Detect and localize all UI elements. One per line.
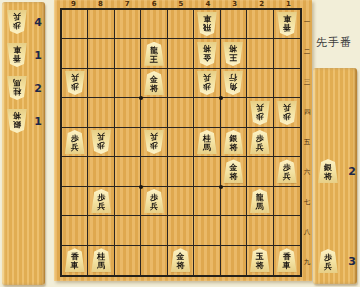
square-8-4[interactable] [88,98,114,127]
square-7-8[interactable] [115,216,141,245]
piece-kanji: 兵 [97,132,105,141]
piece-kanji: 行 [229,73,237,82]
file-label: 4 [194,0,221,8]
square-7-5[interactable] [115,128,141,157]
square-6-9[interactable] [141,246,167,275]
square-2-1[interactable] [247,10,273,39]
piece-sente-桂馬[interactable]: 桂馬 [91,248,111,272]
square-7-1[interactable] [115,10,141,39]
square-4-4[interactable] [194,98,220,127]
square-3-7[interactable] [221,187,247,216]
square-7-3[interactable] [115,69,141,98]
square-1-7[interactable] [274,187,300,216]
hoshi-dot [139,185,143,189]
piece-kanji: 金 [203,53,211,62]
rank-label: 五 [302,139,312,146]
piece-kanji: 将 [176,261,184,270]
piece-kanji: 歩 [203,82,211,91]
square-9-8[interactable] [62,216,88,245]
square-2-9[interactable]: 玉将 [247,246,273,275]
square-5-6[interactable] [168,157,194,186]
gote-hand-stand: 歩兵4香車1桂馬2銀将1 [2,2,45,285]
piece-kanji: 王 [150,55,158,64]
gote-hand-桂馬[interactable]: 桂馬2 [2,75,45,101]
piece-sente-歩兵[interactable]: 歩兵 [318,249,338,273]
square-6-1[interactable] [141,10,167,39]
hand-count: 3 [348,255,356,268]
shogi-board: 987654321 一二三四五六七八九 飛車香車龍王金将王将歩兵金将歩兵角行歩兵… [54,0,312,281]
square-5-3[interactable] [168,69,194,98]
hoshi-dot [139,96,143,100]
file-label: 9 [60,0,87,8]
square-6-8[interactable] [141,216,167,245]
piece-kanji: 将 [203,44,211,53]
piece-kanji: 金 [176,252,184,261]
square-4-2[interactable]: 金将 [194,39,220,68]
hand-count: 2 [348,165,356,178]
hand-count: 2 [34,82,42,95]
square-1-5[interactable] [274,128,300,157]
square-8-2[interactable] [88,39,114,68]
square-2-3[interactable] [247,69,273,98]
piece-sente-龍王[interactable]: 龍王 [144,42,164,66]
piece-gote-桂馬[interactable]: 桂馬 [7,76,27,100]
piece-kanji: 香 [13,54,21,63]
square-9-4[interactable] [62,98,88,127]
square-5-8[interactable] [168,216,194,245]
piece-sente-香車[interactable]: 香車 [277,248,297,272]
square-5-4[interactable] [168,98,194,127]
file-label: 3 [221,0,248,8]
gote-hand-香車[interactable]: 香車1 [2,42,45,68]
file-label: 7 [114,0,141,8]
piece-kanji: 馬 [97,261,105,270]
piece-kanji: 車 [283,14,291,23]
piece-kanji: 将 [229,172,237,181]
piece-kanji: 兵 [71,143,79,152]
square-9-1[interactable] [62,10,88,39]
square-1-3[interactable] [274,69,300,98]
square-5-7[interactable] [168,187,194,216]
piece-kanji: 兵 [203,73,211,82]
piece-gote-歩兵[interactable]: 歩兵 [65,71,85,95]
piece-kanji: 銀 [229,134,237,143]
square-3-6[interactable]: 金将 [221,157,247,186]
piece-kanji: 歩 [283,163,291,172]
square-8-7[interactable]: 歩兵 [88,187,114,216]
square-4-7[interactable] [194,187,220,216]
rank-label: 二 [302,49,312,56]
piece-kanji: 兵 [13,12,21,21]
square-2-2[interactable] [247,39,273,68]
piece-kanji: 金 [150,75,158,84]
piece-sente-桂馬[interactable]: 桂馬 [197,130,217,154]
piece-sente-歩兵[interactable]: 歩兵 [144,189,164,213]
piece-kanji: 将 [13,111,21,120]
square-9-2[interactable] [62,39,88,68]
piece-kanji: 将 [229,143,237,152]
piece-kanji: 桂 [203,134,211,143]
piece-sente-龍馬[interactable]: 龍馬 [250,189,270,213]
piece-gote-歩兵[interactable]: 歩兵 [91,130,111,154]
piece-kanji: 兵 [283,103,291,112]
piece-sente-玉将[interactable]: 玉将 [250,248,270,272]
square-1-4[interactable]: 歩兵 [274,98,300,127]
piece-kanji: 馬 [203,143,211,152]
square-1-1[interactable]: 香車 [274,10,300,39]
piece-kanji: 玉 [256,252,264,261]
piece-kanji: 龍 [150,46,158,55]
piece-kanji: 歩 [256,112,264,121]
piece-kanji: 歩 [150,193,158,202]
piece-kanji: 銀 [13,120,21,129]
square-7-7[interactable] [115,187,141,216]
piece-kanji: 歩 [71,134,79,143]
square-8-6[interactable] [88,157,114,186]
piece-kanji: 桂 [13,87,21,96]
square-3-4[interactable] [221,98,247,127]
piece-kanji: 龍 [256,193,264,202]
square-1-9[interactable]: 香車 [274,246,300,275]
piece-gote-歩兵[interactable]: 歩兵 [277,101,297,125]
piece-kanji: 王 [229,53,237,62]
gote-hand-銀将[interactable]: 銀将1 [2,108,45,134]
square-9-7[interactable] [62,187,88,216]
hoshi-dot [219,185,223,189]
piece-sente-金将[interactable]: 金将 [223,159,243,183]
square-9-5[interactable]: 歩兵 [62,128,88,157]
square-2-4[interactable]: 歩兵 [247,98,273,127]
piece-sente-歩兵[interactable]: 歩兵 [277,159,297,183]
piece-gote-歩兵[interactable]: 歩兵 [197,71,217,95]
square-3-9[interactable] [221,246,247,275]
square-4-1[interactable]: 飛車 [194,10,220,39]
square-5-9[interactable]: 金将 [168,246,194,275]
piece-kanji: 歩 [97,141,105,150]
piece-sente-銀将[interactable]: 銀将 [223,130,243,154]
file-label: 2 [248,0,275,8]
piece-kanji: 飛 [203,23,211,32]
square-1-6[interactable]: 歩兵 [274,157,300,186]
piece-gote-香車[interactable]: 香車 [277,12,297,36]
square-9-9[interactable]: 香車 [62,246,88,275]
rank-label: 八 [302,229,312,236]
turn-indicator: 先手番 [316,35,360,50]
file-label: 1 [275,0,302,8]
rank-label: 七 [302,199,312,206]
square-8-3[interactable] [88,69,114,98]
square-6-6[interactable] [141,157,167,186]
piece-gote-香車[interactable]: 香車 [7,43,27,67]
piece-kanji: 車 [283,261,291,270]
square-8-9[interactable]: 桂馬 [88,246,114,275]
piece-gote-歩兵[interactable]: 歩兵 [250,101,270,125]
piece-sente-歩兵[interactable]: 歩兵 [65,130,85,154]
piece-gote-飛車[interactable]: 飛車 [197,12,217,36]
square-7-4[interactable] [115,98,141,127]
board-grid-wrap: 飛車香車龍王金将王将歩兵金将歩兵角行歩兵歩兵歩兵歩兵歩兵桂馬銀将歩兵金将歩兵歩兵… [60,8,302,277]
piece-gote-王将[interactable]: 王将 [223,42,243,66]
square-6-4[interactable] [141,98,167,127]
sente-hand-歩兵[interactable]: 歩兵3 [313,248,359,274]
gote-hand-歩兵[interactable]: 歩兵4 [2,9,45,35]
piece-sente-金将[interactable]: 金将 [170,248,190,272]
square-4-9[interactable] [194,246,220,275]
piece-kanji: 歩 [150,141,158,150]
sente-hand-銀将[interactable]: 銀将2 [313,158,359,184]
file-label: 8 [87,0,114,8]
piece-kanji: 将 [256,261,264,270]
square-4-3[interactable]: 歩兵 [194,69,220,98]
piece-kanji: 将 [229,44,237,53]
rank-label: 三 [302,79,312,86]
piece-kanji: 歩 [71,82,79,91]
file-label: 6 [141,0,168,8]
piece-gote-銀将[interactable]: 銀将 [7,109,27,133]
square-9-3[interactable]: 歩兵 [62,69,88,98]
square-2-7[interactable]: 龍馬 [247,187,273,216]
board-grid: 飛車香車龍王金将王将歩兵金将歩兵角行歩兵歩兵歩兵歩兵歩兵桂馬銀将歩兵金将歩兵歩兵… [60,8,302,277]
square-3-8[interactable] [221,216,247,245]
piece-kanji: 将 [150,84,158,93]
square-2-6[interactable] [247,157,273,186]
square-4-5[interactable]: 桂馬 [194,128,220,157]
piece-gote-角行[interactable]: 角行 [223,71,243,95]
piece-kanji: 香 [71,252,79,261]
square-6-2[interactable]: 龍王 [141,39,167,68]
square-9-6[interactable] [62,157,88,186]
piece-kanji: 香 [283,23,291,32]
piece-kanji: 銀 [324,163,332,172]
piece-sente-銀将[interactable]: 銀将 [318,159,338,183]
square-5-5[interactable] [168,128,194,157]
square-2-8[interactable] [247,216,273,245]
piece-kanji: 兵 [256,103,264,112]
square-3-3[interactable]: 角行 [221,69,247,98]
rank-labels: 一二三四五六七八九 [302,8,312,277]
rank-label: 六 [302,169,312,176]
square-3-2[interactable]: 王将 [221,39,247,68]
piece-kanji: 桂 [97,252,105,261]
hand-count: 1 [34,115,42,128]
piece-sente-香車[interactable]: 香車 [65,248,85,272]
sente-hand-stand: 銀将2歩兵3 [313,68,357,284]
rank-label: 九 [302,259,312,266]
square-5-1[interactable] [168,10,194,39]
square-7-6[interactable] [115,157,141,186]
square-7-9[interactable] [115,246,141,275]
piece-sente-歩兵[interactable]: 歩兵 [250,130,270,154]
piece-sente-金将[interactable]: 金将 [144,71,164,95]
square-6-5[interactable]: 歩兵 [141,128,167,157]
square-6-3[interactable]: 金将 [141,69,167,98]
square-4-6[interactable] [194,157,220,186]
square-1-2[interactable] [274,39,300,68]
piece-kanji: 兵 [71,73,79,82]
square-2-5[interactable]: 歩兵 [247,128,273,157]
square-8-5[interactable]: 歩兵 [88,128,114,157]
file-labels: 987654321 [60,0,302,8]
piece-kanji: 将 [324,172,332,181]
square-6-7[interactable]: 歩兵 [141,187,167,216]
piece-kanji: 車 [71,261,79,270]
piece-kanji: 馬 [256,202,264,211]
square-8-8[interactable] [88,216,114,245]
piece-kanji: 兵 [283,172,291,181]
square-3-5[interactable]: 銀将 [221,128,247,157]
piece-gote-歩兵[interactable]: 歩兵 [7,10,27,34]
rank-label: 四 [302,109,312,116]
square-4-8[interactable] [194,216,220,245]
piece-kanji: 金 [229,163,237,172]
piece-gote-歩兵[interactable]: 歩兵 [144,130,164,154]
square-1-8[interactable] [274,216,300,245]
file-label: 5 [168,0,195,8]
piece-gote-金将[interactable]: 金将 [197,42,217,66]
piece-kanji: 歩 [283,112,291,121]
piece-kanji: 兵 [150,132,158,141]
piece-kanji: 兵 [324,262,332,271]
square-7-2[interactable] [115,39,141,68]
piece-kanji: 兵 [150,202,158,211]
piece-kanji: 兵 [97,202,105,211]
piece-kanji: 兵 [256,143,264,152]
hand-count: 1 [34,49,42,62]
piece-kanji: 車 [13,45,21,54]
piece-kanji: 歩 [13,21,21,30]
piece-sente-歩兵[interactable]: 歩兵 [91,189,111,213]
hoshi-dot [219,96,223,100]
piece-kanji: 歩 [256,134,264,143]
piece-kanji: 香 [283,252,291,261]
piece-kanji: 馬 [13,78,21,87]
piece-kanji: 角 [229,82,237,91]
piece-kanji: 歩 [324,253,332,262]
rank-label: 一 [302,19,312,26]
square-3-1[interactable] [221,10,247,39]
piece-kanji: 車 [203,14,211,23]
piece-kanji: 歩 [97,193,105,202]
hand-count: 4 [34,16,42,29]
square-5-2[interactable] [168,39,194,68]
square-8-1[interactable] [88,10,114,39]
